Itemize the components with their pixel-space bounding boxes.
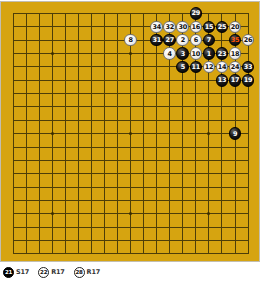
stone-13-R14[interactable]: 13	[216, 74, 229, 87]
caption-coord-28: R17	[87, 268, 100, 276]
stone-move-number: 31	[152, 36, 160, 44]
stone-5-O15[interactable]: 5	[176, 61, 189, 74]
stone-move-number: 7	[207, 36, 211, 44]
stone-move-number: 30	[179, 23, 187, 31]
stone-move-number: 9	[233, 130, 237, 138]
caption-stone-white-28: 28	[74, 267, 85, 278]
stone-32-N18[interactable]: 32	[163, 21, 176, 34]
stone-move-number: 12	[205, 63, 213, 71]
caption: 21 S17 22 R17 28 R17	[3, 264, 100, 280]
grid-line-vertical	[143, 13, 144, 254]
stone-move-number: 25	[218, 23, 226, 31]
caption-stone-white-22: 22	[38, 267, 49, 278]
stone-move-number: 1	[207, 50, 211, 58]
stone-move-number: 2	[181, 36, 185, 44]
stone-move-number: 20	[231, 23, 239, 31]
caption-item-28: 28 R17	[74, 267, 100, 278]
stone-23-R16[interactable]: 23	[216, 47, 229, 60]
stone-move-number: 26	[244, 36, 252, 44]
stone-move-number: 17	[231, 76, 239, 84]
stone-34-M18[interactable]: 34	[150, 21, 163, 34]
stone-move-number: 34	[152, 23, 160, 31]
stone-move-number: 27	[165, 36, 173, 44]
grid-line-vertical	[156, 13, 157, 254]
stone-27-N17[interactable]: 27	[163, 34, 176, 47]
grid-line-horizontal	[13, 187, 249, 188]
caption-coord-21: S17	[16, 268, 29, 276]
grid-line-vertical	[248, 13, 249, 254]
grid-line-horizontal	[13, 160, 249, 161]
stone-6-P17[interactable]: 6	[190, 34, 203, 47]
stone-30-O18[interactable]: 30	[176, 21, 189, 34]
stone-15-Q18[interactable]: 15	[203, 21, 216, 34]
stone-16-P18[interactable]: 16	[190, 21, 203, 34]
stone-move-number: 6	[194, 36, 198, 44]
star-point	[207, 212, 210, 215]
stone-19-T14[interactable]: 19	[242, 74, 255, 87]
stone-14-R15[interactable]: 14	[216, 61, 229, 74]
stone-move-number: 19	[244, 76, 252, 84]
stone-move-number: 13	[218, 76, 226, 84]
star-point	[51, 212, 54, 215]
stone-4-N16[interactable]: 4	[163, 47, 176, 60]
grid-line-horizontal	[13, 147, 249, 148]
stone-move-number: 4	[168, 50, 172, 58]
caption-item-21: 21 S17	[3, 267, 29, 278]
star-point	[129, 212, 132, 215]
stone-20-S18[interactable]: 20	[229, 21, 242, 34]
stone-move-number: 23	[218, 50, 226, 58]
stone-26-T17[interactable]: 26	[242, 34, 255, 47]
stone-11-P15[interactable]: 11	[190, 61, 203, 74]
caption-item-22: 22 R17	[38, 267, 64, 278]
grid-line-horizontal	[13, 240, 249, 241]
stone-12-Q15[interactable]: 12	[203, 61, 216, 74]
grid-line-horizontal	[13, 253, 249, 254]
stone-29-P19[interactable]: 29	[190, 7, 203, 20]
stone-1-Q16[interactable]: 1	[203, 47, 216, 60]
stone-move-number: 16	[192, 23, 200, 31]
grid-line-horizontal	[13, 173, 249, 174]
stone-move-number: 33	[244, 63, 252, 71]
stone-24-S15[interactable]: 24	[229, 61, 242, 74]
stone-move-number: 35	[231, 36, 239, 44]
grid-line-horizontal	[13, 200, 249, 201]
star-point	[129, 132, 132, 135]
stone-35-S17[interactable]: 35	[229, 34, 242, 47]
stone-33-T15[interactable]: 33	[242, 61, 255, 74]
stone-18-S16[interactable]: 18	[229, 47, 242, 60]
go-board[interactable]: 2934323016152520831272673526431012318511…	[1, 2, 259, 261]
stone-9-S10[interactable]: 9	[229, 127, 242, 140]
stone-move-number: 3	[181, 50, 185, 58]
stone-move-number: 32	[165, 23, 173, 31]
stone-17-S14[interactable]: 17	[229, 74, 242, 87]
grid-line-horizontal	[13, 227, 249, 228]
stone-move-number: 18	[231, 50, 239, 58]
stone-move-number: 8	[128, 36, 132, 44]
caption-coord-22: R17	[51, 268, 64, 276]
stone-move-number: 14	[218, 63, 226, 71]
stone-move-number: 15	[205, 23, 213, 31]
stone-10-P16[interactable]: 10	[190, 47, 203, 60]
stone-8-K17[interactable]: 8	[124, 34, 137, 47]
stone-move-number: 11	[192, 63, 200, 71]
star-point	[129, 52, 132, 55]
stone-31-M17[interactable]: 31	[150, 34, 163, 47]
star-point	[207, 132, 210, 135]
star-point	[51, 132, 54, 135]
stone-move-number: 5	[181, 63, 185, 71]
stone-7-Q17[interactable]: 7	[203, 34, 216, 47]
stone-move-number: 10	[192, 50, 200, 58]
stone-2-O17[interactable]: 2	[176, 34, 189, 47]
stone-3-O16[interactable]: 3	[176, 47, 189, 60]
stone-move-number: 29	[192, 9, 200, 17]
stone-move-number: 24	[231, 63, 239, 71]
caption-stone-black-21: 21	[3, 267, 14, 278]
stone-25-R18[interactable]: 25	[216, 21, 229, 34]
star-point	[51, 52, 54, 55]
